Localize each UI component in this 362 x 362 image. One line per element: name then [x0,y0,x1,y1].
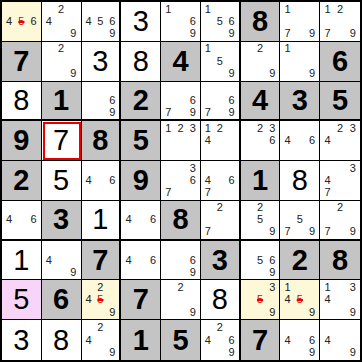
given-digit: 7 [133,285,149,314]
candidate-slot-6 [346,334,359,347]
candidate-slot-9 [106,187,118,199]
candidate-slot-5 [334,334,347,347]
candidate-slot-8 [214,346,226,359]
candidate-slot-6 [226,214,238,226]
candidate-slot-6 [67,55,79,67]
candidate-4: 4 [43,254,55,266]
candidate-slot-9 [346,147,359,159]
candidate-slot-6 [67,15,79,27]
cell-r5c7[interactable]: 1 [241,161,281,201]
given-digit: 6 [332,47,348,76]
cell-r5c1[interactable]: 2 [2,161,42,201]
candidate-slot-8 [334,226,347,238]
candidate-slot-3 [226,122,238,134]
candidate-slot-7 [321,147,334,159]
cell-r6c9[interactable]: 279 [320,201,360,241]
candidate-slot-4 [242,254,254,266]
candidate-slot-1 [122,202,134,214]
cell-r6c3[interactable]: 1 [82,201,122,241]
cell-r5c9[interactable]: 347 [320,161,360,201]
candidate-9: 9 [187,28,199,40]
candidate-9: 9 [106,346,118,359]
candidate-slot-5 [55,15,67,27]
candidate-slot-4 [162,174,174,186]
candidate-slot-8 [15,28,27,40]
candidate-slot-8 [174,187,186,199]
candidate-3: 3 [266,122,278,134]
candidate-9: 9 [266,67,278,79]
cell-r4c7[interactable]: 236 [241,121,281,161]
given-digit: 5 [332,86,348,115]
cell-r9c3[interactable]: 249 [82,320,122,360]
candidate-slot-8 [174,266,186,278]
candidate-grid: 69 [162,242,199,279]
candidate-slot-7 [242,306,254,318]
candidate-slot-5 [334,294,347,306]
cell-r5c3[interactable]: 46 [82,161,122,201]
candidate-slot-3 [106,281,118,293]
candidate-slot-2 [334,281,347,293]
candidate-slot-1 [162,242,174,254]
candidate-4: 4 [83,174,95,186]
candidate-6: 6 [147,214,159,226]
candidate-slot-3 [226,3,238,15]
candidate-slot-4 [281,15,293,27]
cell-r3c2[interactable]: 1 [42,82,82,122]
given-digit: 5 [133,126,149,155]
cell-r1c1[interactable]: 456 [2,2,42,42]
candidate-slot-2 [174,3,186,15]
cell-r8c7[interactable]: 359 [241,280,281,320]
eliminated-candidate-5: 5 [15,15,27,27]
cell-r8c1[interactable]: 5 [2,280,42,320]
candidate-slot-5 [94,94,106,106]
cell-r4c2[interactable]: 7 [42,121,82,161]
cell-r6c7[interactable]: 259 [241,201,281,241]
candidate-grid: 469 [281,321,318,359]
candidate-2: 2 [214,202,226,214]
cell-r1c7[interactable]: 8 [241,2,281,42]
candidate-slot-4 [242,135,254,147]
candidate-slot-6 [306,214,318,226]
candidate-slot-8 [334,28,347,40]
cell-r8c6[interactable]: 8 [201,280,241,320]
candidate-slot-1 [281,321,293,334]
candidate-slot-4 [162,94,174,106]
candidate-slot-4 [202,15,214,27]
candidate-slot-8 [94,306,106,318]
candidate-slot-7 [202,346,214,359]
candidate-slot-5 [174,174,186,186]
candidate-slot-3 [28,202,40,214]
candidate-slot-3 [106,321,118,334]
candidate-6: 6 [266,254,278,266]
candidate-slot-7 [321,346,334,359]
candidate-2: 2 [334,3,347,15]
entered-digit: 3 [133,7,149,36]
candidate-9: 9 [187,266,199,278]
cell-r9c2[interactable]: 8 [42,320,82,360]
candidate-grid: 169 [162,3,199,40]
candidate-slot-9 [28,28,40,40]
cell-r2c9[interactable]: 6 [320,42,360,82]
candidate-slot-3 [306,122,318,134]
entered-digit: 5 [13,285,29,314]
candidate-slot-8 [254,147,266,159]
cell-r9c4[interactable]: 1 [121,320,161,360]
candidate-slot-9 [226,147,238,159]
candidate-slot-7 [162,266,174,278]
entered-digit: 1 [13,246,29,275]
candidate-slot-4 [321,15,334,27]
candidate-slot-5 [174,294,186,306]
cell-r2c3[interactable]: 3 [82,42,122,82]
candidate-slot-5 [334,174,347,186]
eliminated-candidate-5: 5 [254,294,266,306]
given-digit: 1 [133,326,149,355]
candidate-slot-4 [162,294,174,306]
cell-r7c2[interactable]: 49 [42,241,82,281]
candidate-slot-1 [202,321,214,334]
candidate-grid: 279 [321,202,359,238]
candidate-grid: 2459 [83,281,119,318]
candidate-9: 9 [266,226,278,238]
candidate-slot-2 [135,202,147,214]
candidate-3: 3 [187,162,199,174]
candidate-slot-5 [94,174,106,186]
cell-r8c5[interactable]: 29 [161,280,201,320]
candidate-slot-5 [294,334,306,347]
candidate-grid: 467 [202,162,238,199]
eliminated-candidate-5: 5 [294,294,306,306]
cell-r3c9[interactable]: 5 [320,82,360,122]
cell-r8c3[interactable]: 2459 [82,280,122,320]
candidate-slot-5 [334,15,347,27]
cell-r6c6[interactable]: 27 [201,201,241,241]
cell-r4c9[interactable]: 234 [320,121,360,161]
candidate-9: 9 [187,306,199,318]
cell-r5c2[interactable]: 5 [42,161,82,201]
candidate-slot-1 [83,162,95,174]
cell-r9c8[interactable]: 469 [280,320,320,360]
cell-r9c6[interactable]: 2469 [201,320,241,360]
candidate-9: 9 [306,28,318,40]
cell-r7c4[interactable]: 46 [121,241,161,281]
cell-r2c1[interactable]: 7 [2,42,42,82]
candidate-grid: 249 [83,321,119,359]
given-digit: 9 [13,126,29,155]
candidate-slot-2 [55,242,67,254]
candidate-slot-6 [346,294,359,306]
cell-r5c6[interactable]: 467 [201,161,241,201]
candidate-4: 4 [202,135,214,147]
candidate-slot-8 [55,266,67,278]
cell-r9c5[interactable]: 5 [161,320,201,360]
candidate-1: 1 [321,3,334,15]
candidate-4: 4 [83,15,95,27]
candidate-slot-5 [294,135,306,147]
candidate-slot-1 [202,83,214,95]
entered-digit: 8 [212,285,228,314]
cell-r4c1[interactable]: 9 [2,121,42,161]
cell-r8c8[interactable]: 1459 [280,280,320,320]
candidate-4: 4 [122,214,134,226]
cell-r1c5[interactable]: 169 [161,2,201,42]
candidate-6: 6 [28,15,40,27]
candidate-1: 1 [162,122,174,134]
cell-r3c1[interactable]: 8 [2,82,42,122]
cell-r4c5[interactable]: 123 [161,121,201,161]
cell-r6c5[interactable]: 8 [161,201,201,241]
candidate-slot-1 [162,162,174,174]
cell-r4c3[interactable]: 8 [82,121,122,161]
candidate-slot-1 [83,83,95,95]
entered-digit: 8 [133,47,149,76]
candidate-grid: 234 [321,122,359,159]
candidate-slot-2 [174,242,186,254]
given-digit: 3 [53,205,69,234]
cell-r1c4[interactable]: 3 [121,2,161,42]
candidate-slot-6 [67,254,79,266]
candidate-slot-7 [202,147,214,159]
given-digit: 7 [252,326,268,355]
candidate-5: 5 [214,15,226,27]
candidate-slot-8 [174,306,186,318]
candidate-slot-4 [242,294,254,306]
candidate-9: 9 [106,306,118,318]
candidate-2: 2 [254,202,266,214]
candidate-9: 9 [226,346,238,359]
given-digit: 4 [252,86,268,115]
candidate-slot-5 [214,334,226,347]
candidate-6: 6 [187,174,199,186]
cell-r9c1[interactable]: 3 [2,320,42,360]
cell-r6c8[interactable]: 579 [280,201,320,241]
cell-r4c8[interactable]: 46 [280,121,320,161]
cell-r3c8[interactable]: 3 [280,82,320,122]
candidate-slot-7 [83,187,95,199]
candidate-3: 3 [187,122,199,134]
candidate-slot-5 [135,254,147,266]
candidate-grid: 579 [281,202,318,238]
candidate-slot-6 [306,294,318,306]
candidate-grid: 46 [122,242,159,279]
candidate-slot-7 [83,346,95,359]
candidate-slot-3 [106,3,118,15]
cell-r7c7[interactable]: 569 [241,241,281,281]
candidate-1: 1 [202,122,214,134]
cell-r7c5[interactable]: 69 [161,241,201,281]
candidate-slot-1 [321,122,334,134]
candidate-slot-8 [294,306,306,318]
candidate-7: 7 [162,187,174,199]
cell-r4c4[interactable]: 5 [121,121,161,161]
cell-r2c4[interactable]: 8 [121,42,161,82]
candidate-grid: 49 [43,242,80,279]
cell-r4c6[interactable]: 124 [201,121,241,161]
candidate-slot-7 [83,28,95,40]
cell-r2c8[interactable]: 19 [280,42,320,82]
cell-r8c2[interactable]: 6 [42,280,82,320]
cell-r3c4[interactable]: 2 [121,82,161,122]
cell-r7c6[interactable]: 3 [201,241,241,281]
candidate-7: 7 [281,28,293,40]
candidate-slot-1 [162,83,174,95]
candidate-grid: 367 [162,162,199,199]
cell-r1c3[interactable]: 4569 [82,2,122,42]
given-digit: 7 [92,246,108,275]
candidate-slot-3 [266,242,278,254]
candidate-grid: 679 [162,83,199,119]
candidate-2: 2 [55,3,67,15]
cell-r3c6[interactable]: 679 [201,82,241,122]
candidate-slot-6 [306,15,318,27]
candidate-9: 9 [306,226,318,238]
candidate-slot-8 [254,226,266,238]
candidate-slot-3 [346,3,359,15]
candidate-6: 6 [28,214,40,226]
candidate-slot-3 [346,202,359,214]
candidate-slot-9 [226,187,238,199]
cell-r9c7[interactable]: 7 [241,320,281,360]
cell-r8c9[interactable]: 1349 [320,280,360,320]
candidate-slot-3 [226,83,238,95]
cell-r8c4[interactable]: 7 [121,280,161,320]
candidate-3: 3 [266,281,278,293]
cell-r5c5[interactable]: 367 [161,161,201,201]
candidate-grid: 49 [321,321,359,359]
candidate-slot-8 [214,67,226,79]
candidate-slot-8 [94,106,106,118]
candidate-slot-3 [226,43,238,55]
cell-r3c3[interactable]: 69 [82,82,122,122]
cell-r1c2[interactable]: 249 [42,2,82,42]
candidate-slot-5 [55,254,67,266]
cell-r5c8[interactable]: 8 [280,161,320,201]
cell-r7c8[interactable]: 2 [280,241,320,281]
candidate-slot-4 [43,55,55,67]
candidate-slot-1 [242,281,254,293]
candidate-slot-7 [3,226,15,238]
candidate-2: 2 [334,202,347,214]
candidate-slot-1 [83,3,95,15]
candidate-slot-3 [187,281,199,293]
candidate-9: 9 [226,106,238,118]
candidate-2: 2 [254,122,266,134]
candidate-slot-7 [43,266,55,278]
cell-r1c8[interactable]: 179 [280,2,320,42]
candidate-6: 6 [147,254,159,266]
candidate-slot-8 [94,28,106,40]
candidate-grid: 69 [83,83,119,119]
candidate-grid: 159 [202,43,238,80]
cell-r2c7[interactable]: 29 [241,42,281,82]
candidate-slot-2 [214,83,226,95]
candidate-6: 6 [226,174,238,186]
candidate-slot-5 [334,135,347,147]
candidate-slot-3 [306,43,318,55]
candidate-slot-3 [187,83,199,95]
cell-r1c9[interactable]: 1279 [320,2,360,42]
candidate-slot-5 [135,214,147,226]
candidate-slot-3 [226,321,238,334]
candidate-slot-7 [162,306,174,318]
cell-r6c1[interactable]: 46 [2,201,42,241]
candidate-grid: 249 [43,3,80,40]
cell-r6c4[interactable]: 46 [121,201,161,241]
candidate-slot-7 [281,306,293,318]
candidate-4: 4 [202,334,214,347]
candidate-9: 9 [346,28,359,40]
candidate-grid: 123 [162,122,199,159]
candidate-2: 2 [55,43,67,55]
cell-r2c5[interactable]: 4 [161,42,201,82]
given-digit: 8 [252,7,268,36]
candidate-9: 9 [306,306,318,318]
candidate-slot-7 [281,346,293,359]
cell-r9c9[interactable]: 49 [320,320,360,360]
candidate-slot-1 [83,281,95,293]
candidate-slot-7 [83,106,95,118]
candidate-5: 5 [294,214,306,226]
candidate-slot-2 [214,43,226,55]
candidate-5: 5 [254,254,266,266]
candidate-grid: 29 [162,281,199,318]
given-digit: 9 [133,166,149,195]
candidate-slot-7 [43,28,55,40]
candidate-grid: 4569 [83,3,119,40]
cell-r5c4[interactable]: 9 [121,161,161,201]
candidate-slot-7 [281,67,293,79]
cell-r2c6[interactable]: 159 [201,42,241,82]
given-digit: 3 [292,86,308,115]
candidate-slot-5 [294,55,306,67]
candidate-grid: 29 [242,43,279,80]
cell-r1c6[interactable]: 1569 [201,2,241,42]
candidate-slot-3 [67,43,79,55]
cell-r7c9[interactable]: 8 [320,241,360,281]
candidate-slot-1 [242,202,254,214]
candidate-slot-3 [346,321,359,334]
candidate-slot-8 [254,266,266,278]
candidate-slot-8 [174,106,186,118]
given-digit: 8 [332,246,348,275]
candidate-slot-2 [15,202,27,214]
candidate-slot-8 [294,28,306,40]
candidate-slot-7 [122,226,134,238]
cell-r2c2[interactable]: 29 [42,42,82,82]
candidate-slot-8 [135,226,147,238]
candidate-slot-2 [334,321,347,334]
candidate-slot-6 [346,135,359,147]
candidate-slot-7 [202,28,214,40]
candidate-9: 9 [67,67,79,79]
cell-r7c3[interactable]: 7 [82,241,122,281]
candidate-slot-7 [242,226,254,238]
candidate-slot-3 [67,242,79,254]
candidate-slot-2 [294,43,306,55]
candidate-slot-3 [306,281,318,293]
cell-r6c2[interactable]: 3 [42,201,82,241]
cell-r7c1[interactable]: 1 [2,241,42,281]
candidate-slot-3 [106,83,118,95]
cell-r3c7[interactable]: 4 [241,82,281,122]
cell-r3c5[interactable]: 679 [161,82,201,122]
candidate-grid: 19 [281,43,318,80]
candidate-slot-8 [254,67,266,79]
candidate-slot-1 [321,202,334,214]
candidate-grid: 1569 [202,3,238,40]
